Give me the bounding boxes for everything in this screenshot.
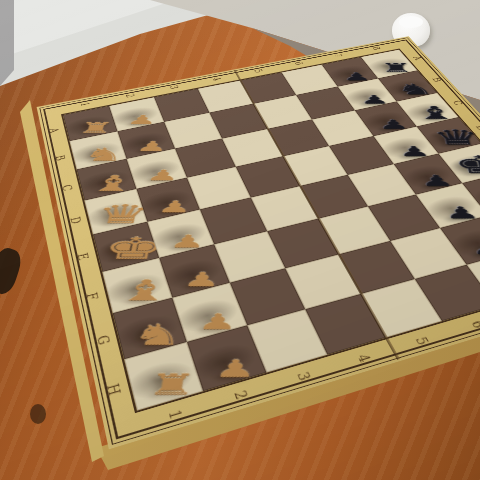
pawn-glyph: ♟: [469, 239, 480, 256]
square-f1[interactable]: ♝: [102, 258, 172, 313]
rank-label-text: 1: [164, 408, 184, 421]
pawn-glyph: ♟: [197, 311, 238, 332]
piece-shadow: [122, 355, 199, 407]
rook-glyph: ♜: [76, 121, 115, 135]
piece-shadow: [91, 231, 156, 269]
king-glyph: ♚: [100, 235, 167, 264]
pawn-glyph: ♟: [126, 114, 159, 126]
piece-shadow: [111, 309, 183, 355]
bishop-glyph: ♝: [87, 173, 139, 193]
knight-glyph: ♞: [395, 82, 435, 96]
square-g5[interactable]: [339, 241, 415, 294]
white-knight-b1[interactable]: ♞: [77, 144, 132, 163]
square-h1[interactable]: ♜: [124, 342, 203, 411]
white-pawn-h2[interactable]: ♟: [202, 348, 269, 380]
square-h6[interactable]: [415, 265, 480, 321]
piece-shadow: [158, 254, 226, 294]
white-pawn-g2[interactable]: ♟: [186, 303, 250, 332]
white-rook-a1[interactable]: ♜: [69, 118, 122, 135]
rank-label-text: 1: [78, 101, 91, 107]
rank-label-text: 2: [230, 388, 250, 401]
pawn-glyph: ♟: [156, 199, 193, 214]
file-label-text: E: [75, 251, 92, 261]
square-f5[interactable]: [318, 206, 390, 254]
queen-glyph: ♛: [92, 202, 152, 227]
white-queen-d1[interactable]: ♛: [93, 204, 152, 226]
square-g6[interactable]: [390, 228, 466, 279]
black-knight-b8[interactable]: ♞: [392, 81, 439, 96]
square-e4[interactable]: [251, 186, 319, 231]
pawn-glyph: ♟: [343, 71, 372, 81]
piece-shadow: [465, 180, 480, 213]
black-pawn-b7[interactable]: ♟: [351, 89, 398, 105]
white-pawn-e2[interactable]: ♟: [158, 226, 217, 250]
piece-shadow: [171, 294, 243, 339]
square-g1[interactable]: ♞: [113, 298, 187, 360]
rank-label-text: 8: [369, 46, 382, 51]
piece-shadow: [443, 225, 480, 262]
white-pawn-f2[interactable]: ♟: [171, 263, 232, 289]
pawn-glyph: ♟: [419, 173, 455, 187]
white-pawn-d2[interactable]: ♟: [147, 193, 204, 215]
rank-label-text: 4: [210, 76, 223, 81]
square-g4[interactable]: [285, 254, 361, 309]
rook-glyph: ♜: [380, 62, 413, 73]
black-queen-d8[interactable]: ♛: [431, 130, 480, 148]
white-pawn-a2[interactable]: ♟: [117, 109, 168, 126]
piece-shadow: [100, 268, 169, 310]
white-pawn-b2[interactable]: ♟: [126, 135, 178, 153]
pawn-glyph: ♟: [168, 233, 206, 250]
table-knot: [30, 404, 46, 424]
file-label-text: A: [47, 127, 61, 134]
rank-label-text: 5: [251, 68, 264, 73]
square-h5[interactable]: [361, 279, 442, 338]
rank-label-text: 6: [467, 319, 480, 330]
white-king-e1[interactable]: ♚: [102, 239, 164, 264]
black-pawn-g7[interactable]: ♟: [457, 232, 480, 256]
white-rook-h1[interactable]: ♜: [136, 365, 207, 399]
photo-scene: 12345678A♜♟♟♜AB♞♟♟♞BC♝♟♟♝CD♛♟♟♛DE♚♟♟♚EF♝…: [0, 0, 480, 480]
square-h3[interactable]: [247, 309, 327, 372]
bishop-glyph: ♝: [413, 104, 459, 120]
square-f6[interactable]: [368, 195, 440, 241]
square-g3[interactable]: [230, 268, 305, 325]
black-rook-a8[interactable]: ♜: [374, 60, 419, 74]
square-h2[interactable]: ♟: [187, 325, 267, 391]
rook-glyph: ♜: [145, 371, 198, 398]
black-pawn-a7[interactable]: ♟: [335, 67, 380, 81]
bishop-glyph: ♝: [115, 277, 174, 304]
file-label-text: H: [104, 381, 124, 397]
queen-glyph: ♛: [431, 128, 480, 148]
white-bishop-f1[interactable]: ♝: [112, 277, 177, 304]
knight-glyph: ♞: [81, 146, 127, 163]
file-label-text: F: [84, 290, 102, 301]
rank-label-text: 5: [411, 335, 430, 346]
rank-label-text: 2: [123, 93, 136, 99]
file-label-text: G: [93, 333, 112, 346]
pawn-glyph: ♟: [145, 168, 180, 182]
piece-shadow: [146, 219, 211, 255]
file-label-text: B: [53, 154, 68, 162]
left-file-label-d: D: [58, 200, 93, 241]
pawn-glyph: ♟: [360, 94, 390, 105]
square-f3[interactable]: [214, 231, 285, 283]
file-label-text: D: [67, 215, 83, 225]
rank-label-text: 6: [292, 61, 305, 66]
square-e2[interactable]: ♟: [147, 209, 214, 257]
square-h4[interactable]: [305, 294, 386, 355]
black-pawn-c7[interactable]: ♟: [369, 113, 418, 130]
black-pawn-f7[interactable]: ♟: [432, 199, 480, 221]
white-bishop-c1[interactable]: ♝: [84, 173, 141, 193]
square-g7[interactable]: ♟: [440, 215, 480, 264]
rank-label-text: 3: [167, 84, 180, 90]
pawn-glyph: ♟: [443, 205, 480, 221]
pawn-glyph: ♟: [378, 118, 410, 130]
black-pawn-d7[interactable]: ♟: [388, 139, 440, 157]
square-f4[interactable]: [267, 219, 339, 269]
square-f2[interactable]: ♟: [159, 244, 230, 297]
square-f7[interactable]: ♟: [416, 183, 480, 228]
black-bishop-c8[interactable]: ♝: [411, 104, 461, 120]
square-d1[interactable]: ♛: [84, 189, 147, 235]
pawn-glyph: ♟: [398, 145, 432, 158]
square-h7[interactable]: ♟: [467, 251, 480, 305]
knight-glyph: ♞: [129, 321, 186, 349]
white-knight-g1[interactable]: ♞: [124, 319, 192, 349]
black-pawn-e7[interactable]: ♟: [409, 168, 464, 188]
piece-shadow: [418, 192, 480, 226]
piece-shadow: [186, 338, 262, 388]
rank-label-text: 4: [353, 352, 373, 364]
white-pawn-c2[interactable]: ♟: [136, 162, 190, 182]
square-e1[interactable]: ♚: [93, 222, 159, 272]
rank-label-text: 7: [331, 53, 344, 58]
pawn-glyph: ♟: [135, 140, 169, 153]
file-label-text: C: [60, 183, 75, 192]
square-g2[interactable]: ♟: [172, 283, 247, 342]
piece-shadow: [470, 261, 480, 302]
rank-label-text: 3: [293, 370, 313, 382]
square-e3[interactable]: [200, 198, 267, 245]
pawn-glyph: ♟: [182, 270, 222, 289]
bottom-rank-label-6: 6: [442, 305, 480, 344]
pawn-glyph: ♟: [213, 357, 256, 380]
